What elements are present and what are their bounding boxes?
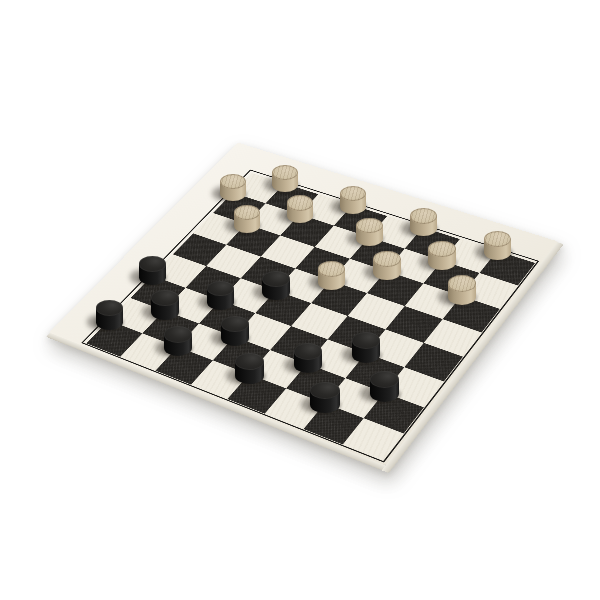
board-shadow-wrap xyxy=(0,0,600,600)
checkers-board xyxy=(75,156,532,446)
product-photo-canvas xyxy=(0,0,600,600)
